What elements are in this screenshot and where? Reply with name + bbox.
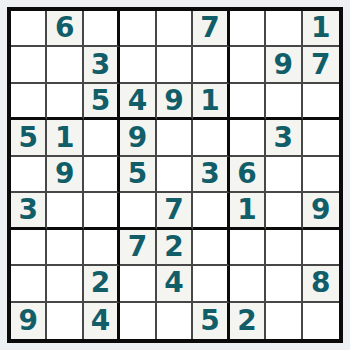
- cell-r9c5[interactable]: [157, 303, 193, 339]
- sudoku-board: 6713975491519395363719722489452: [7, 7, 343, 343]
- cell-r1c4[interactable]: [120, 11, 156, 47]
- cell-r1c9[interactable]: 1: [303, 11, 339, 47]
- cell-r1c6[interactable]: 7: [193, 11, 229, 47]
- cell-r6c5[interactable]: 7: [157, 193, 193, 229]
- cell-r8c3[interactable]: 2: [84, 266, 120, 302]
- cell-r9c3[interactable]: 4: [84, 303, 120, 339]
- cell-r8c7[interactable]: [230, 266, 266, 302]
- cell-r7c8[interactable]: [266, 230, 302, 266]
- cell-r8c6[interactable]: [193, 266, 229, 302]
- cell-r6c1[interactable]: 3: [11, 193, 47, 229]
- cell-r3c5[interactable]: 9: [157, 84, 193, 120]
- cell-r2c1[interactable]: [11, 47, 47, 83]
- cell-r7c7[interactable]: [230, 230, 266, 266]
- cell-r5c5[interactable]: [157, 157, 193, 193]
- cell-r6c6[interactable]: [193, 193, 229, 229]
- cell-r1c2[interactable]: 6: [47, 11, 83, 47]
- cell-r3c2[interactable]: [47, 84, 83, 120]
- cell-r4c7[interactable]: [230, 120, 266, 156]
- cell-r6c8[interactable]: [266, 193, 302, 229]
- cell-r9c4[interactable]: [120, 303, 156, 339]
- cell-r5c8[interactable]: [266, 157, 302, 193]
- cell-r7c3[interactable]: [84, 230, 120, 266]
- cell-r7c5[interactable]: 2: [157, 230, 193, 266]
- cell-r7c9[interactable]: [303, 230, 339, 266]
- cell-r5c4[interactable]: 5: [120, 157, 156, 193]
- cell-r5c6[interactable]: 3: [193, 157, 229, 193]
- cell-r6c2[interactable]: [47, 193, 83, 229]
- cell-r2c5[interactable]: [157, 47, 193, 83]
- cell-r5c2[interactable]: 9: [47, 157, 83, 193]
- cell-r8c5[interactable]: 4: [157, 266, 193, 302]
- cell-r4c4[interactable]: 9: [120, 120, 156, 156]
- cell-r3c8[interactable]: [266, 84, 302, 120]
- cell-r2c9[interactable]: 7: [303, 47, 339, 83]
- cell-r4c5[interactable]: [157, 120, 193, 156]
- cell-r4c9[interactable]: [303, 120, 339, 156]
- cell-r4c8[interactable]: 3: [266, 120, 302, 156]
- cell-r8c2[interactable]: [47, 266, 83, 302]
- cell-r8c9[interactable]: 8: [303, 266, 339, 302]
- cell-r1c3[interactable]: [84, 11, 120, 47]
- cell-r3c4[interactable]: 4: [120, 84, 156, 120]
- cell-r9c1[interactable]: 9: [11, 303, 47, 339]
- cell-r5c7[interactable]: 6: [230, 157, 266, 193]
- cell-r8c1[interactable]: [11, 266, 47, 302]
- cell-r9c6[interactable]: 5: [193, 303, 229, 339]
- page: { "game": "sudoku", "grid_size": "9x9", …: [0, 0, 350, 350]
- cell-r5c1[interactable]: [11, 157, 47, 193]
- cell-r9c8[interactable]: [266, 303, 302, 339]
- cell-r2c3[interactable]: 3: [84, 47, 120, 83]
- cell-r1c7[interactable]: [230, 11, 266, 47]
- cell-r3c3[interactable]: 5: [84, 84, 120, 120]
- cell-r6c3[interactable]: [84, 193, 120, 229]
- cell-r9c7[interactable]: 2: [230, 303, 266, 339]
- cell-r1c8[interactable]: [266, 11, 302, 47]
- cell-r8c8[interactable]: [266, 266, 302, 302]
- cell-r8c4[interactable]: [120, 266, 156, 302]
- cell-r2c7[interactable]: [230, 47, 266, 83]
- cell-r2c8[interactable]: 9: [266, 47, 302, 83]
- cell-r6c9[interactable]: 9: [303, 193, 339, 229]
- cell-r3c7[interactable]: [230, 84, 266, 120]
- cell-r9c9[interactable]: [303, 303, 339, 339]
- cell-r3c9[interactable]: [303, 84, 339, 120]
- cell-r4c3[interactable]: [84, 120, 120, 156]
- cell-r7c4[interactable]: 7: [120, 230, 156, 266]
- cell-r1c5[interactable]: [157, 11, 193, 47]
- cell-r2c2[interactable]: [47, 47, 83, 83]
- cell-r3c1[interactable]: [11, 84, 47, 120]
- cell-r6c4[interactable]: [120, 193, 156, 229]
- cell-r7c1[interactable]: [11, 230, 47, 266]
- cell-r4c1[interactable]: 5: [11, 120, 47, 156]
- cell-r4c2[interactable]: 1: [47, 120, 83, 156]
- cell-r2c6[interactable]: [193, 47, 229, 83]
- cell-r7c6[interactable]: [193, 230, 229, 266]
- cell-r1c1[interactable]: [11, 11, 47, 47]
- cell-r2c4[interactable]: [120, 47, 156, 83]
- cell-r5c3[interactable]: [84, 157, 120, 193]
- cell-r3c6[interactable]: 1: [193, 84, 229, 120]
- cell-r4c6[interactable]: [193, 120, 229, 156]
- cell-r6c7[interactable]: 1: [230, 193, 266, 229]
- cell-r9c2[interactable]: [47, 303, 83, 339]
- cell-r5c9[interactable]: [303, 157, 339, 193]
- cell-r7c2[interactable]: [47, 230, 83, 266]
